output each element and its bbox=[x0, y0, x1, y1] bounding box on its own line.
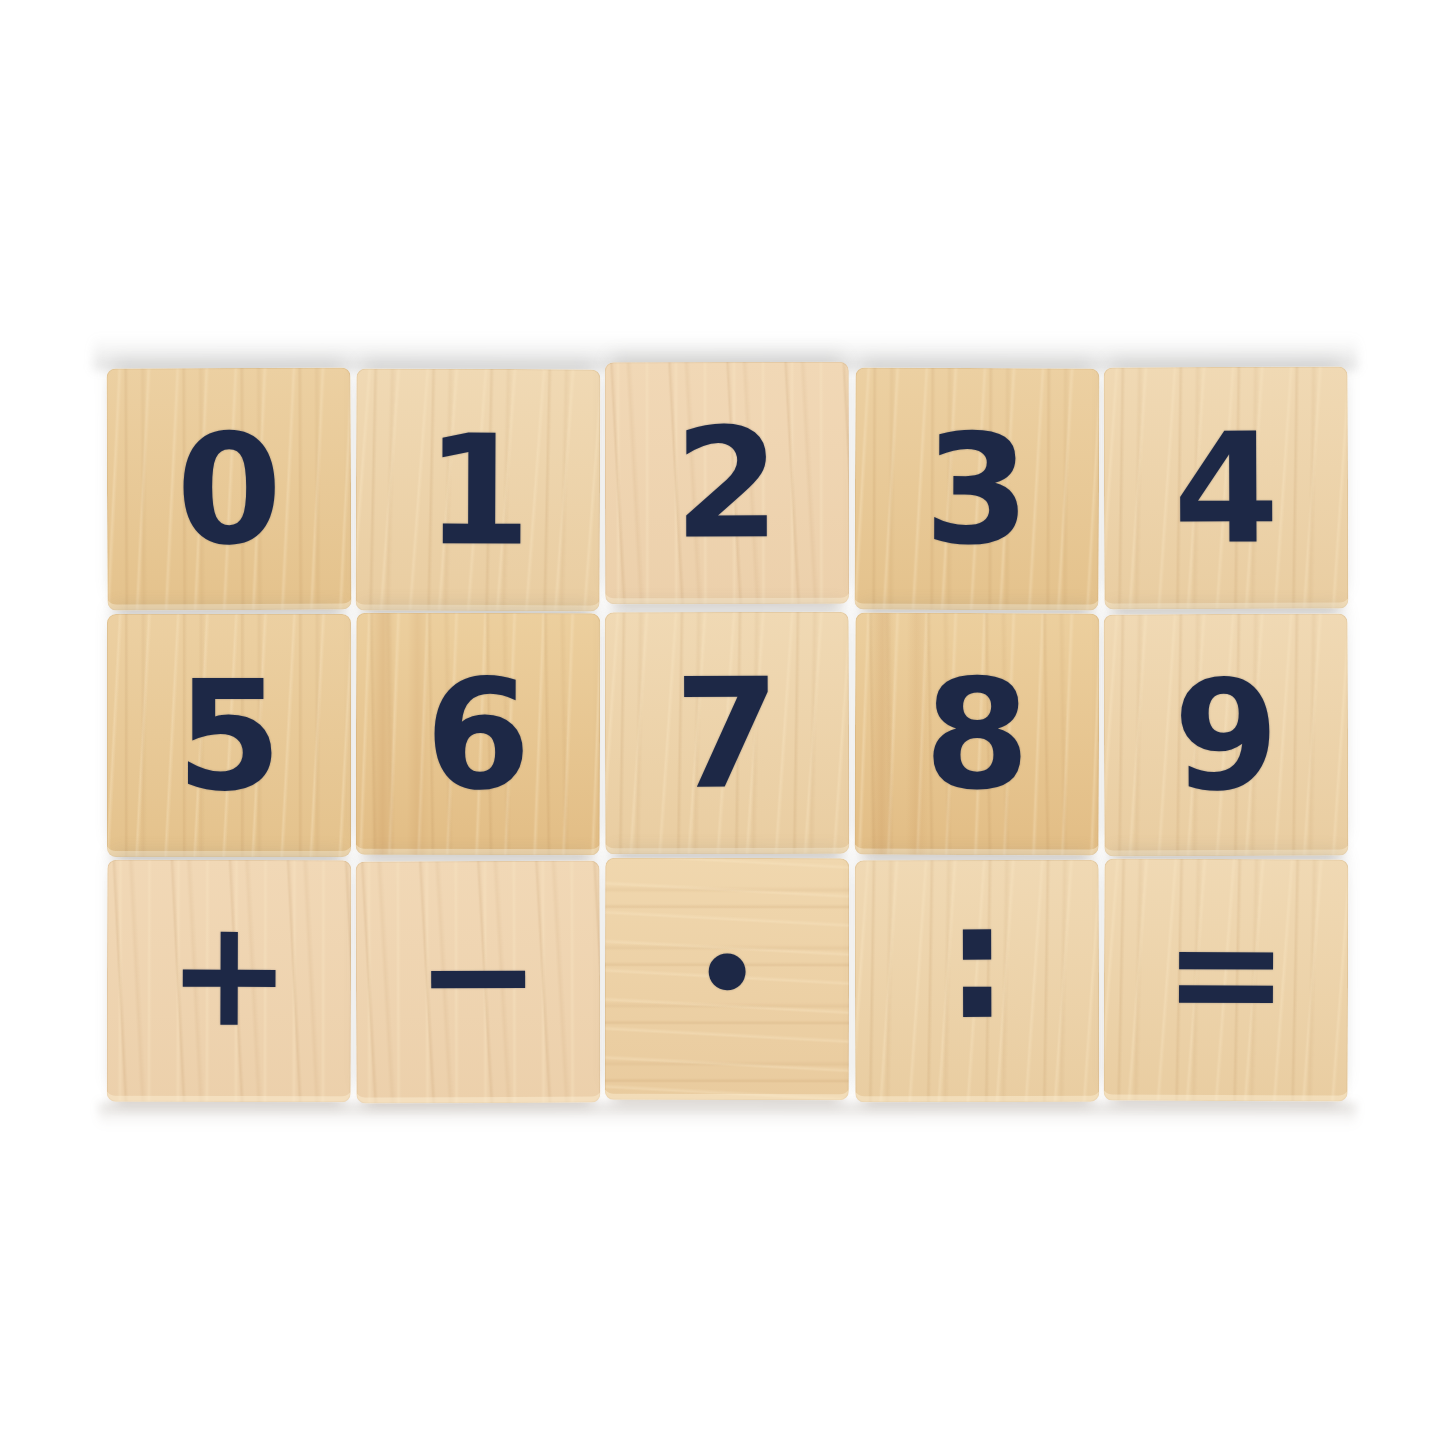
tile-division-colon-glyph: : bbox=[944, 882, 1008, 1042]
tile-3[interactable]: 3 bbox=[854, 367, 1099, 610]
tile-1-glyph: 1 bbox=[425, 415, 531, 567]
tile-equals-glyph: = bbox=[1163, 897, 1289, 1047]
tile-7[interactable]: 7 bbox=[605, 612, 850, 855]
tile-8-glyph: 8 bbox=[924, 660, 1030, 812]
tile-4-glyph: 4 bbox=[1173, 413, 1279, 565]
tile-multiplication-dot[interactable]: • bbox=[605, 857, 850, 1100]
tile-plus-glyph: + bbox=[167, 899, 291, 1047]
tile-2[interactable]: 2 bbox=[605, 362, 850, 605]
tile-8[interactable]: 8 bbox=[854, 613, 1099, 856]
tile-minus[interactable]: − bbox=[356, 860, 601, 1103]
tile-7-glyph: 7 bbox=[674, 659, 780, 811]
tile-plus[interactable]: + bbox=[107, 859, 352, 1102]
tile-4[interactable]: 4 bbox=[1103, 367, 1348, 610]
tile-1[interactable]: 1 bbox=[356, 369, 601, 612]
tile-0-glyph: 0 bbox=[176, 414, 282, 566]
tile-6-glyph: 6 bbox=[425, 660, 531, 812]
tile-multiplication-dot-glyph: • bbox=[694, 922, 761, 1027]
tile-division-colon[interactable]: : bbox=[854, 859, 1099, 1102]
tile-board: 0 1 2 3 4 5 6 7 8 9 + bbox=[107, 366, 1348, 1103]
product-photo-canvas: 0 1 2 3 4 5 6 7 8 9 + bbox=[0, 0, 1445, 1445]
tile-6[interactable]: 6 bbox=[356, 613, 601, 856]
tile-3-glyph: 3 bbox=[923, 414, 1029, 566]
tile-0[interactable]: 0 bbox=[106, 367, 351, 610]
tile-9[interactable]: 9 bbox=[1103, 614, 1348, 857]
tile-5-glyph: 5 bbox=[176, 661, 282, 813]
tile-5[interactable]: 5 bbox=[107, 614, 351, 856]
tile-2-glyph: 2 bbox=[674, 409, 780, 561]
tile-equals[interactable]: = bbox=[1103, 858, 1348, 1101]
tile-minus-glyph: − bbox=[415, 899, 541, 1049]
tile-9-glyph: 9 bbox=[1173, 661, 1279, 813]
